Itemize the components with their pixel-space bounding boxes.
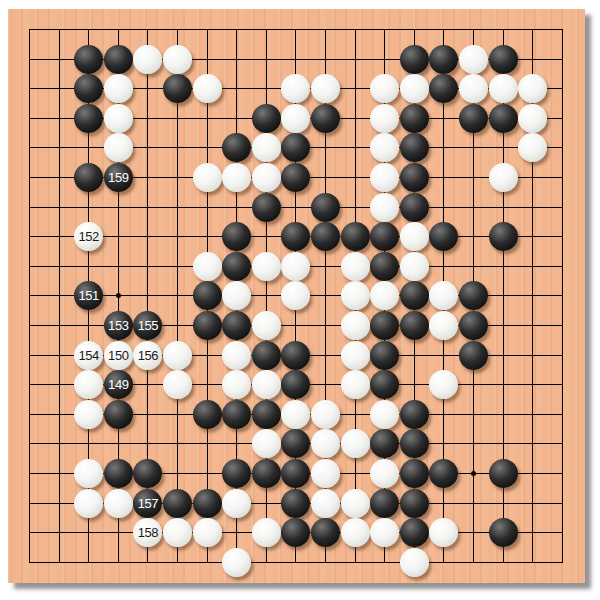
- white-stone[interactable]: [163, 518, 192, 547]
- black-stone[interactable]: [74, 104, 103, 133]
- black-stone[interactable]: [400, 489, 429, 518]
- white-stone[interactable]: [311, 74, 340, 103]
- white-stone[interactable]: [133, 45, 162, 74]
- white-stone[interactable]: [311, 400, 340, 429]
- black-stone[interactable]: [370, 489, 399, 518]
- white-stone[interactable]: [370, 459, 399, 488]
- black-stone[interactable]: [400, 459, 429, 488]
- black-stone[interactable]: [311, 104, 340, 133]
- black-stone[interactable]: [193, 311, 222, 340]
- white-stone[interactable]: 154: [74, 341, 103, 370]
- black-stone[interactable]: [193, 281, 222, 310]
- black-stone[interactable]: [400, 311, 429, 340]
- move-number-label: 150: [108, 349, 129, 362]
- black-stone[interactable]: [429, 45, 458, 74]
- move-number-label: 153: [108, 319, 129, 332]
- move-number-label: 152: [78, 230, 99, 243]
- white-stone[interactable]: [341, 341, 370, 370]
- black-stone[interactable]: [163, 74, 192, 103]
- black-stone[interactable]: [400, 45, 429, 74]
- white-stone[interactable]: [104, 133, 133, 162]
- white-stone[interactable]: [222, 489, 251, 518]
- black-stone[interactable]: [74, 45, 103, 74]
- black-stone[interactable]: [400, 400, 429, 429]
- black-stone[interactable]: [400, 163, 429, 192]
- black-stone[interactable]: 157: [133, 489, 162, 518]
- move-number-label: 154: [78, 349, 99, 362]
- black-stone[interactable]: [252, 341, 281, 370]
- white-stone[interactable]: [252, 311, 281, 340]
- white-stone[interactable]: [518, 104, 547, 133]
- black-stone[interactable]: [252, 104, 281, 133]
- black-stone[interactable]: [370, 311, 399, 340]
- white-stone[interactable]: [252, 133, 281, 162]
- black-stone[interactable]: [400, 193, 429, 222]
- white-stone[interactable]: [163, 370, 192, 399]
- black-stone[interactable]: [311, 518, 340, 547]
- black-stone[interactable]: [222, 252, 251, 281]
- white-stone[interactable]: [341, 252, 370, 281]
- move-number-label: 158: [138, 526, 159, 539]
- page: { "game": "go", "board_size": 19, "posit…: [0, 0, 600, 600]
- black-stone[interactable]: [489, 518, 518, 547]
- black-stone[interactable]: [400, 104, 429, 133]
- white-stone[interactable]: [281, 400, 310, 429]
- black-stone[interactable]: [400, 281, 429, 310]
- black-stone[interactable]: [400, 133, 429, 162]
- black-stone[interactable]: [104, 459, 133, 488]
- white-stone[interactable]: [459, 45, 488, 74]
- white-stone[interactable]: [459, 74, 488, 103]
- move-number-label: 157: [138, 497, 159, 510]
- black-stone[interactable]: [370, 341, 399, 370]
- white-stone[interactable]: [104, 489, 133, 518]
- white-stone[interactable]: [163, 45, 192, 74]
- black-stone[interactable]: 153: [104, 311, 133, 340]
- black-stone[interactable]: [252, 193, 281, 222]
- white-stone[interactable]: [104, 74, 133, 103]
- black-stone[interactable]: [400, 518, 429, 547]
- white-stone[interactable]: [252, 370, 281, 399]
- black-stone[interactable]: 149: [104, 370, 133, 399]
- black-stone[interactable]: [163, 489, 192, 518]
- black-stone[interactable]: [459, 104, 488, 133]
- white-stone[interactable]: [193, 74, 222, 103]
- black-stone[interactable]: [311, 222, 340, 251]
- white-stone[interactable]: [74, 459, 103, 488]
- white-stone[interactable]: [104, 104, 133, 133]
- white-stone[interactable]: [400, 252, 429, 281]
- black-stone[interactable]: [281, 489, 310, 518]
- black-stone[interactable]: [222, 311, 251, 340]
- white-stone[interactable]: [341, 429, 370, 458]
- white-stone[interactable]: [489, 163, 518, 192]
- white-stone[interactable]: 150: [104, 341, 133, 370]
- white-stone[interactable]: [341, 311, 370, 340]
- move-number-label: 151: [78, 289, 99, 302]
- black-stone[interactable]: [400, 429, 429, 458]
- white-stone[interactable]: [400, 222, 429, 251]
- white-stone[interactable]: [222, 341, 251, 370]
- white-stone[interactable]: [489, 74, 518, 103]
- black-stone[interactable]: [193, 400, 222, 429]
- white-stone[interactable]: [74, 400, 103, 429]
- white-stone[interactable]: [74, 489, 103, 518]
- white-stone[interactable]: [370, 400, 399, 429]
- black-stone[interactable]: 159: [104, 163, 133, 192]
- white-stone[interactable]: [252, 429, 281, 458]
- move-number-label: 156: [138, 349, 159, 362]
- black-stone[interactable]: [311, 193, 340, 222]
- black-stone[interactable]: [252, 459, 281, 488]
- white-stone[interactable]: [252, 163, 281, 192]
- black-stone[interactable]: [104, 45, 133, 74]
- white-stone[interactable]: [281, 104, 310, 133]
- white-stone[interactable]: [311, 489, 340, 518]
- white-stone[interactable]: [311, 459, 340, 488]
- white-stone[interactable]: [193, 518, 222, 547]
- black-stone[interactable]: [459, 311, 488, 340]
- white-stone[interactable]: [222, 548, 251, 577]
- white-stone[interactable]: [341, 518, 370, 547]
- white-stone[interactable]: [193, 252, 222, 281]
- white-stone[interactable]: [193, 163, 222, 192]
- white-stone[interactable]: [341, 489, 370, 518]
- black-stone[interactable]: [74, 163, 103, 192]
- black-stone[interactable]: [222, 459, 251, 488]
- white-stone[interactable]: [281, 252, 310, 281]
- white-stone[interactable]: [370, 193, 399, 222]
- black-stone[interactable]: [341, 222, 370, 251]
- white-stone[interactable]: [163, 341, 192, 370]
- white-stone[interactable]: [252, 252, 281, 281]
- white-stone[interactable]: [400, 74, 429, 103]
- white-stone[interactable]: [370, 163, 399, 192]
- move-number-label: 155: [138, 319, 159, 332]
- black-stone[interactable]: [489, 459, 518, 488]
- black-stone[interactable]: [370, 252, 399, 281]
- black-stone[interactable]: [489, 45, 518, 74]
- move-number-label: 149: [108, 378, 129, 391]
- black-stone[interactable]: [489, 222, 518, 251]
- white-stone[interactable]: [341, 370, 370, 399]
- black-stone[interactable]: [459, 341, 488, 370]
- black-stone[interactable]: [489, 104, 518, 133]
- white-stone[interactable]: [341, 281, 370, 310]
- black-stone[interactable]: [104, 400, 133, 429]
- move-number-label: 159: [108, 171, 129, 184]
- white-stone[interactable]: [400, 548, 429, 577]
- white-stone[interactable]: [370, 104, 399, 133]
- black-stone[interactable]: [193, 489, 222, 518]
- black-stone[interactable]: [222, 400, 251, 429]
- black-stone[interactable]: [252, 400, 281, 429]
- white-stone[interactable]: 156: [133, 341, 162, 370]
- black-stone[interactable]: [281, 341, 310, 370]
- white-stone[interactable]: [222, 163, 251, 192]
- hoshi-point: [471, 471, 476, 476]
- white-stone[interactable]: [252, 518, 281, 547]
- go-board[interactable]: 159152151153155154150156149157158: [8, 9, 585, 583]
